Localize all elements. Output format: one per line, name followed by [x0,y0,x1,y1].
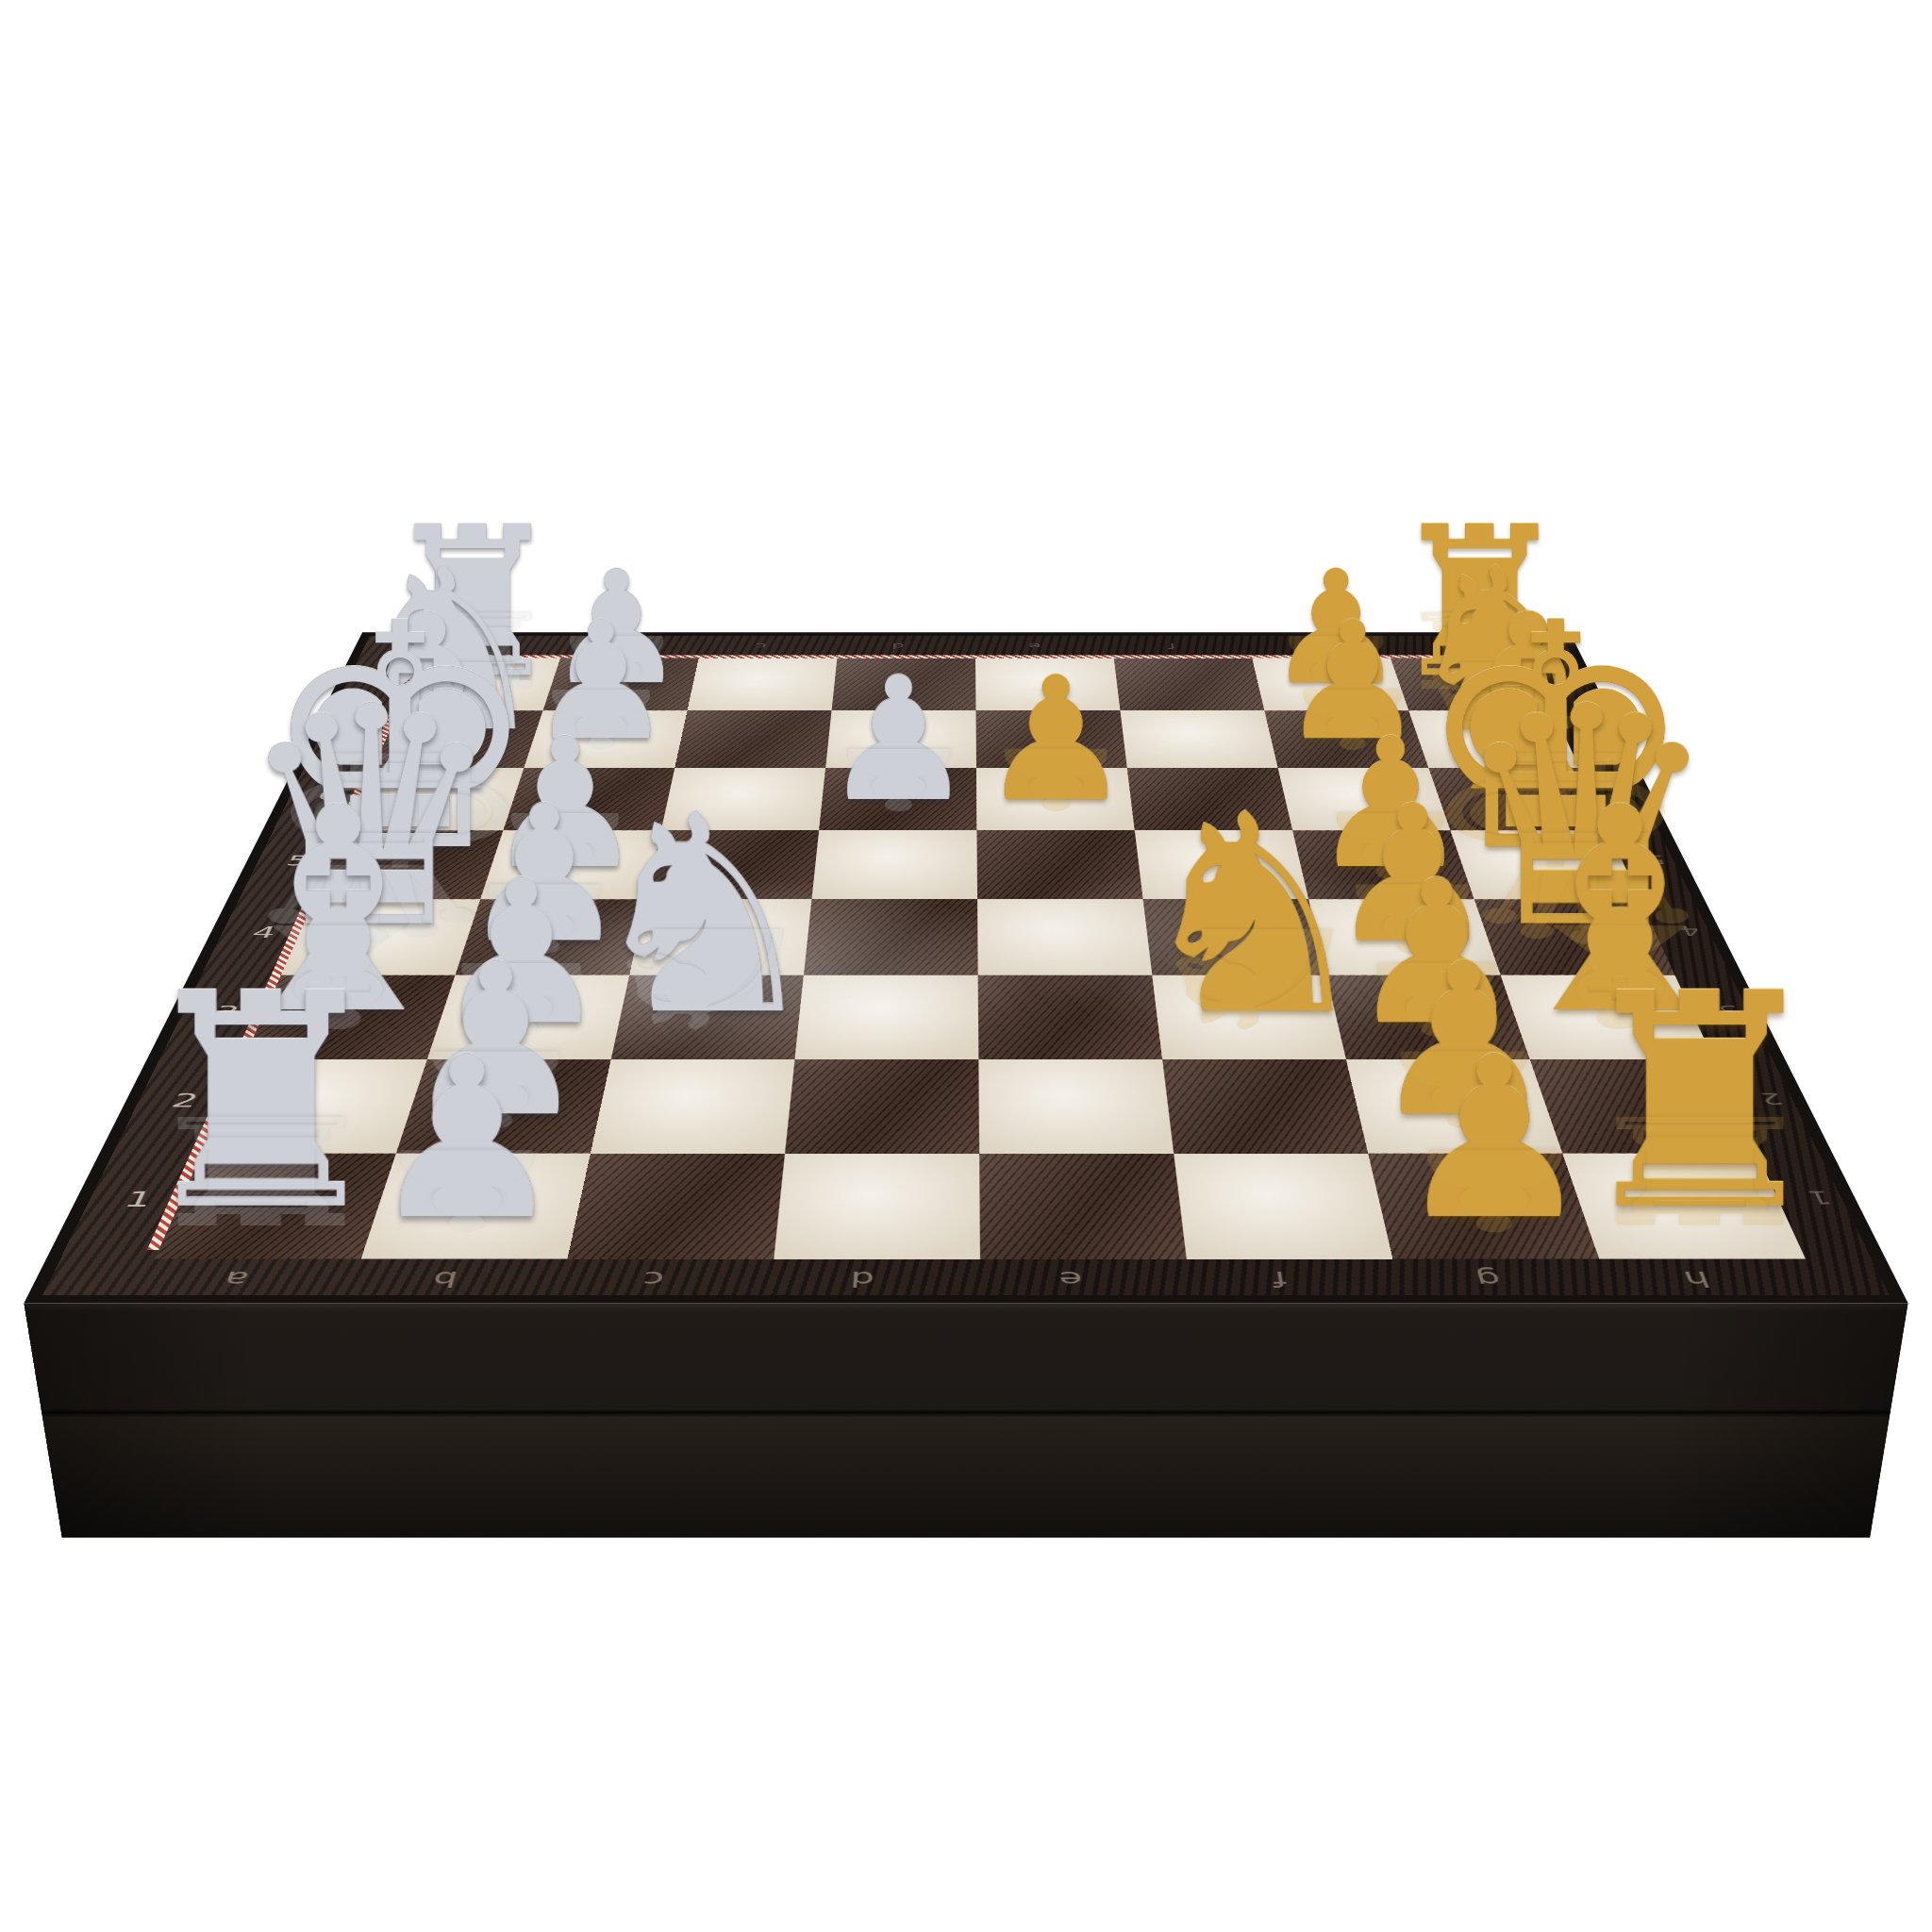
square-a7: ♟ [1368,1154,1599,1259]
file-label-front-a: a [195,1267,276,1291]
square-a3 [568,1154,786,1259]
square-a4 [774,1154,980,1259]
square-h6 [1114,658,1265,711]
square-e5 [976,830,1142,899]
box-front-panel [24,1304,1908,1538]
square-a8: ♜ [1562,1154,1806,1259]
perspective-stage: ♜♟♟♜♞♟♟♞♝♟♟♝♚♟♟♚♛♟♟♛♝♟♞♞♟♝♟♟♜♟♟♜ 11aa22b… [0,0,1932,1932]
file-label-back-c: c [737,641,785,650]
wenge-frame: ♜♟♟♜♞♟♟♞♝♟♟♝♚♟♟♚♛♟♟♛♝♟♞♞♟♝♟♟♜♟♟♜ 11aa22b… [42,636,1890,1296]
square-d5 [977,899,1152,974]
file-label-back-e: e [1011,641,1058,650]
square-d4 [804,899,978,974]
board-top-face: ♜♟♟♜♞♟♟♞♝♟♟♝♚♟♟♚♛♟♟♛♝♟♞♞♟♝♟♟♜♟♟♜ 11aa22b… [24,632,1908,1304]
silver-rook-a1: ♜ [128,956,393,1252]
file-label-front-e: e [1035,1267,1108,1291]
file-label-back-b: b [599,641,648,650]
file-label-front-g: g [1449,1267,1527,1291]
square-a1: ♜ [155,1154,396,1259]
square-a6 [1174,1154,1392,1259]
silver-pawn-a2: ♟ [366,1028,566,1251]
file-label-back-g: g [1284,641,1333,650]
file-label-front-b: b [406,1267,484,1291]
product-photo-scene: ♜♟♟♜♞♟♟♞♝♟♟♝♚♟♟♚♛♟♟♛♝♟♞♞♟♝♟♟♜♟♟♜ 11aa22b… [0,0,1932,1932]
file-label-front-f: f [1241,1267,1317,1291]
file-label-back-f: f [1148,641,1196,650]
square-h3 [688,658,838,711]
silver-pawn-f4: ♟ [822,655,974,825]
file-label-front-h: h [1657,1267,1738,1291]
square-a2: ♟ [361,1154,591,1259]
square-e4 [811,830,977,899]
square-c3: ♞ [611,975,804,1059]
gold-rook-a8: ♜ [1567,956,1832,1252]
file-label-back-d: d [874,641,922,650]
gold-knight-c6: ♞ [1130,779,1375,1054]
chess-box: ♜♟♟♜♞♟♟♞♝♟♟♝♚♟♟♚♛♟♟♛♝♟♞♞♟♝♟♟♜♟♟♜ 11aa22b… [24,632,1908,1304]
file-label-front-c: c [615,1267,691,1291]
square-b6 [1162,1059,1368,1154]
square-b3 [591,1059,795,1154]
silver-knight-c3: ♞ [581,779,826,1054]
board-grid: ♜♟♟♜♞♟♟♞♝♟♟♝♚♟♟♚♛♟♟♛♝♟♞♞♟♝♟♟♜♟♟♜ [155,658,1806,1259]
file-label-front-d: d [825,1267,898,1291]
square-c6: ♞ [1152,975,1346,1059]
square-f5: ♟ [976,768,1135,830]
square-b5 [978,1059,1174,1154]
square-b4 [785,1059,979,1154]
gold-pawn-f5: ♟ [979,655,1132,825]
gold-pawn-a7: ♟ [1393,1028,1593,1251]
square-f4: ♟ [819,768,976,830]
square-a5 [979,1154,1187,1259]
